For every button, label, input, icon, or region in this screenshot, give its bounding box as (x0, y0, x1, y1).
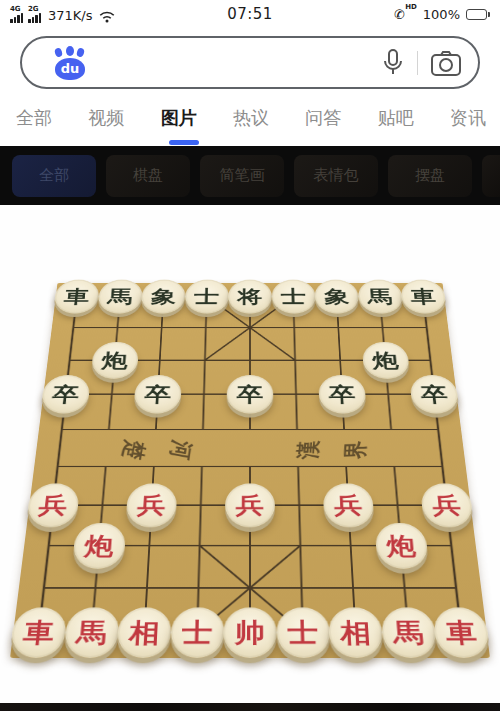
piece-glyph: 卒 (51, 384, 80, 404)
piece-glyph: 馬 (107, 288, 134, 306)
piece-glyph: 士 (287, 619, 318, 645)
piece-glyph: 象 (150, 288, 176, 306)
piece-black-f5r0[interactable]: 士 (271, 280, 316, 314)
microphone-icon[interactable] (381, 48, 405, 78)
piece-glyph: 卒 (144, 384, 172, 404)
chip-board[interactable]: 棋盘 (106, 155, 190, 197)
piece-glyph: 炮 (385, 534, 416, 558)
piece-glyph: 兵 (137, 494, 167, 517)
piece-glyph: 卒 (420, 384, 449, 404)
piece-glyph: 相 (340, 619, 372, 645)
piece-glyph: 炮 (101, 351, 129, 370)
next-results-strip[interactable] (0, 703, 500, 711)
piece-glyph: 相 (128, 619, 160, 645)
piece-glyph: 士 (194, 288, 220, 306)
piece-glyph: 炮 (371, 351, 399, 370)
active-tab-indicator (169, 140, 199, 145)
piece-glyph: 車 (22, 619, 56, 645)
piece-glyph: 象 (324, 288, 350, 306)
search-input[interactable] (88, 54, 381, 72)
river-char: 河 (164, 438, 198, 462)
chip-sketch[interactable]: 简笔画 (200, 155, 284, 197)
piece-glyph: 兵 (431, 494, 462, 517)
river-char: 楚 (117, 438, 152, 462)
piece-glyph: 馬 (392, 619, 425, 645)
piece-glyph: 馬 (75, 619, 108, 645)
piece-black-f4r0[interactable]: 将 (228, 280, 272, 314)
piece-glyph: 車 (444, 619, 478, 645)
xiangqi-board: 楚河 漢界 車馬象士将士象馬車炮炮卒卒卒卒卒兵兵兵兵兵炮炮車馬相士帅士相馬車 (10, 283, 490, 658)
tab-tieba[interactable]: 贴吧 (378, 106, 414, 130)
baidu-logo-text: du (55, 58, 85, 80)
piece-glyph: 炮 (83, 534, 114, 558)
battery-percent: 100% (423, 7, 460, 22)
result-tabs: 全部 视频 图片 热议 问答 贴吧 资讯 (0, 95, 500, 146)
piece-red-f3r9[interactable]: 士 (170, 607, 225, 658)
piece-glyph: 士 (281, 288, 307, 306)
chip-plating[interactable]: 摆盘 (388, 155, 472, 197)
piece-glyph: 士 (181, 619, 212, 645)
piece-glyph: 兵 (236, 494, 265, 517)
river-text-left: 楚河 (121, 438, 194, 463)
piece-glyph: 将 (237, 288, 262, 306)
screen: 4G 2G 371K/s 07:51 ✆HD 100% (0, 0, 500, 711)
piece-glyph: 車 (63, 288, 90, 306)
tab-video[interactable]: 视频 (88, 106, 124, 130)
river-char: 漢 (291, 440, 325, 460)
status-bar: 4G 2G 371K/s 07:51 ✆HD 100% (0, 0, 500, 28)
tab-all[interactable]: 全部 (16, 106, 52, 130)
chip-partial[interactable] (482, 155, 500, 197)
tab-news[interactable]: 资讯 (450, 106, 486, 130)
board-grid (10, 283, 490, 658)
piece-glyph: 卒 (237, 384, 264, 404)
tab-hot[interactable]: 热议 (233, 106, 269, 130)
battery-icon (466, 9, 490, 20)
chip-all[interactable]: 全部 (12, 155, 96, 197)
piece-glyph: 車 (410, 288, 437, 306)
piece-glyph: 兵 (334, 494, 364, 517)
piece-glyph: 卒 (328, 384, 356, 404)
piece-red-f4r9[interactable]: 帅 (223, 607, 277, 658)
chip-sticker[interactable]: 表情包 (294, 155, 378, 197)
piece-red-f5r9[interactable]: 士 (276, 607, 331, 658)
river-text-right: 漢界 (296, 438, 368, 463)
search-bar-area: du (0, 28, 500, 95)
icon-divider (417, 51, 418, 75)
volte-hd-icon: ✆HD (394, 7, 417, 22)
filter-chips-row: 全部 棋盘 简笔画 表情包 摆盘 (0, 146, 500, 205)
piece-glyph: 馬 (367, 288, 394, 306)
hd-label: HD (405, 3, 417, 11)
tab-qa[interactable]: 问答 (305, 106, 341, 130)
camera-icon[interactable] (430, 49, 462, 77)
tab-images[interactable]: 图片 (161, 106, 197, 130)
river-char: 界 (339, 440, 372, 460)
piece-glyph: 兵 (38, 494, 69, 517)
piece-black-f4r3[interactable]: 卒 (226, 375, 273, 414)
status-right: ✆HD 100% (394, 7, 490, 22)
image-result-xiangqi-board[interactable]: 楚河 漢界 車馬象士将士象馬車炮炮卒卒卒卒卒兵兵兵兵兵炮炮車馬相士帅士相馬車 (0, 205, 500, 703)
piece-red-f4r6[interactable]: 兵 (225, 483, 275, 527)
piece-glyph: 帅 (235, 619, 266, 645)
piece-black-f3r0[interactable]: 士 (184, 280, 229, 314)
search-pill[interactable]: du (20, 36, 480, 89)
baidu-logo-icon: du (52, 46, 88, 80)
